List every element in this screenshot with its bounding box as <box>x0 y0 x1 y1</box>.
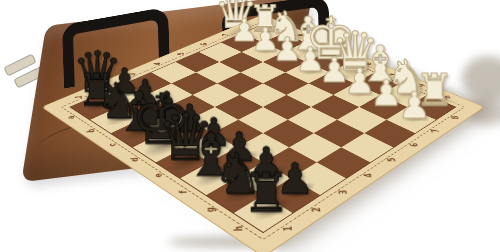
rank-label-3: 3 <box>125 71 139 78</box>
rank-label-5: 5 <box>383 155 401 164</box>
file-label-g: g <box>201 204 218 215</box>
file-label-b: b <box>82 127 99 135</box>
file-label-f: f <box>175 187 192 198</box>
rank-label-3: 3 <box>334 187 353 198</box>
chess-set-product-photo: aabbccddeeffgghh1122334455667788♜♞♝♚♛♝♞♜… <box>0 0 500 252</box>
file-label-a: a <box>62 114 79 122</box>
rank-label-6: 6 <box>198 41 210 47</box>
rank-label-5: 5 <box>175 51 188 57</box>
file-label-h: h <box>230 223 248 235</box>
piece-cast-shadow <box>462 56 500 102</box>
rank-label-1: 1 <box>279 223 298 235</box>
file-label-e: e <box>150 170 167 180</box>
rank-label-4: 4 <box>359 170 378 180</box>
rank-label-2: 2 <box>307 204 326 215</box>
